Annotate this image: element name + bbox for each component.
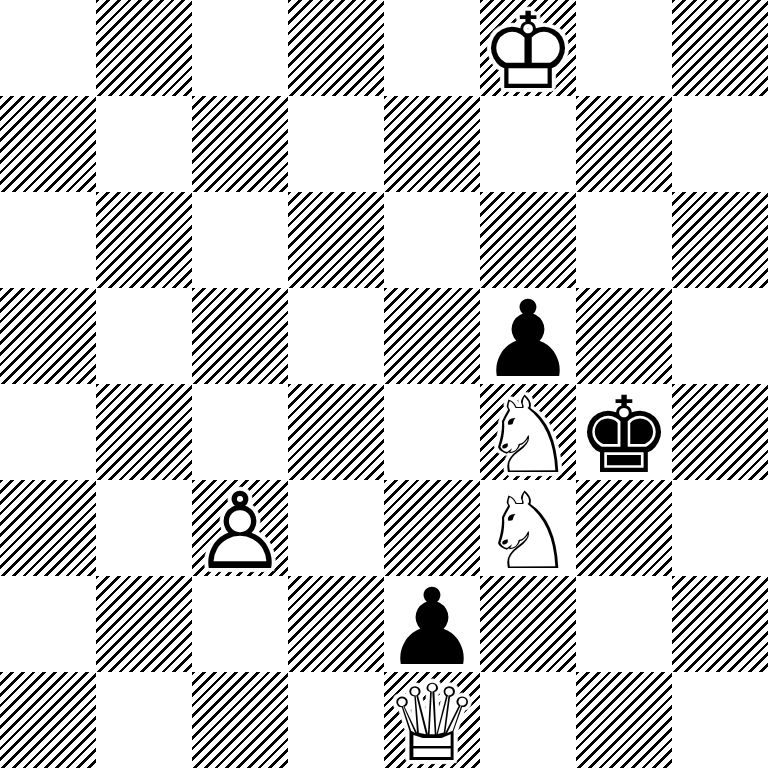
square-b4[interactable] [96,384,192,480]
piece-white-knight[interactable]: ♞♘ [480,480,576,576]
piece-white-pawn[interactable]: ♟♙ [192,480,288,576]
square-d8[interactable] [288,0,384,96]
square-a6[interactable] [0,192,96,288]
square-b7[interactable] [96,96,192,192]
square-a4[interactable] [0,384,96,480]
square-h4[interactable] [672,384,768,480]
square-d2[interactable] [288,576,384,672]
square-e7[interactable] [384,96,480,192]
square-d5[interactable] [288,288,384,384]
piece-black-pawn[interactable]: ♟♟ [480,288,576,384]
square-a3[interactable] [0,480,96,576]
square-g1[interactable] [576,672,672,768]
square-c1[interactable] [192,672,288,768]
square-a2[interactable] [0,576,96,672]
chess-board: ♚♔♟♟♞♘♚♚♟♙♞♘♟♟♛♕ [0,0,768,768]
piece-white-knight[interactable]: ♞♘ [480,384,576,480]
square-e1[interactable]: ♛♕ [384,672,480,768]
square-e8[interactable] [384,0,480,96]
square-b8[interactable] [96,0,192,96]
square-b6[interactable] [96,192,192,288]
square-c8[interactable] [192,0,288,96]
white-knight-icon: ♘ [480,480,575,576]
square-b3[interactable] [96,480,192,576]
square-e2[interactable]: ♟♟ [384,576,480,672]
square-h5[interactable] [672,288,768,384]
square-f6[interactable] [480,192,576,288]
square-a5[interactable] [0,288,96,384]
square-b1[interactable] [96,672,192,768]
square-c6[interactable] [192,192,288,288]
white-king-icon: ♔ [480,0,575,96]
square-d6[interactable] [288,192,384,288]
square-h7[interactable] [672,96,768,192]
square-h1[interactable] [672,672,768,768]
square-g7[interactable] [576,96,672,192]
square-f1[interactable] [480,672,576,768]
black-pawn-icon: ♟ [384,576,479,672]
square-f8[interactable]: ♚♔ [480,0,576,96]
square-g2[interactable] [576,576,672,672]
piece-white-king[interactable]: ♚♔ [480,0,576,96]
square-h2[interactable] [672,576,768,672]
square-f2[interactable] [480,576,576,672]
square-f3[interactable]: ♞♘ [480,480,576,576]
square-b5[interactable] [96,288,192,384]
black-king-icon: ♚ [576,384,671,480]
square-e5[interactable] [384,288,480,384]
square-e3[interactable] [384,480,480,576]
square-e4[interactable] [384,384,480,480]
square-a1[interactable] [0,672,96,768]
square-d4[interactable] [288,384,384,480]
square-e6[interactable] [384,192,480,288]
square-h6[interactable] [672,192,768,288]
square-d7[interactable] [288,96,384,192]
square-c3[interactable]: ♟♙ [192,480,288,576]
square-a8[interactable] [0,0,96,96]
square-d1[interactable] [288,672,384,768]
piece-black-king[interactable]: ♚♚ [576,384,672,480]
square-g3[interactable] [576,480,672,576]
square-g4[interactable]: ♚♚ [576,384,672,480]
square-f5[interactable]: ♟♟ [480,288,576,384]
piece-white-queen[interactable]: ♛♕ [384,672,480,768]
black-pawn-icon: ♟ [480,288,575,384]
square-d3[interactable] [288,480,384,576]
square-a7[interactable] [0,96,96,192]
square-b2[interactable] [96,576,192,672]
square-c4[interactable] [192,384,288,480]
square-h3[interactable] [672,480,768,576]
white-queen-icon: ♕ [384,672,479,768]
white-pawn-icon: ♙ [192,480,287,576]
square-f7[interactable] [480,96,576,192]
white-knight-icon: ♘ [480,384,575,480]
piece-black-pawn[interactable]: ♟♟ [384,576,480,672]
square-c5[interactable] [192,288,288,384]
square-c7[interactable] [192,96,288,192]
square-g5[interactable] [576,288,672,384]
square-g6[interactable] [576,192,672,288]
square-g8[interactable] [576,0,672,96]
square-c2[interactable] [192,576,288,672]
square-h8[interactable] [672,0,768,96]
square-f4[interactable]: ♞♘ [480,384,576,480]
